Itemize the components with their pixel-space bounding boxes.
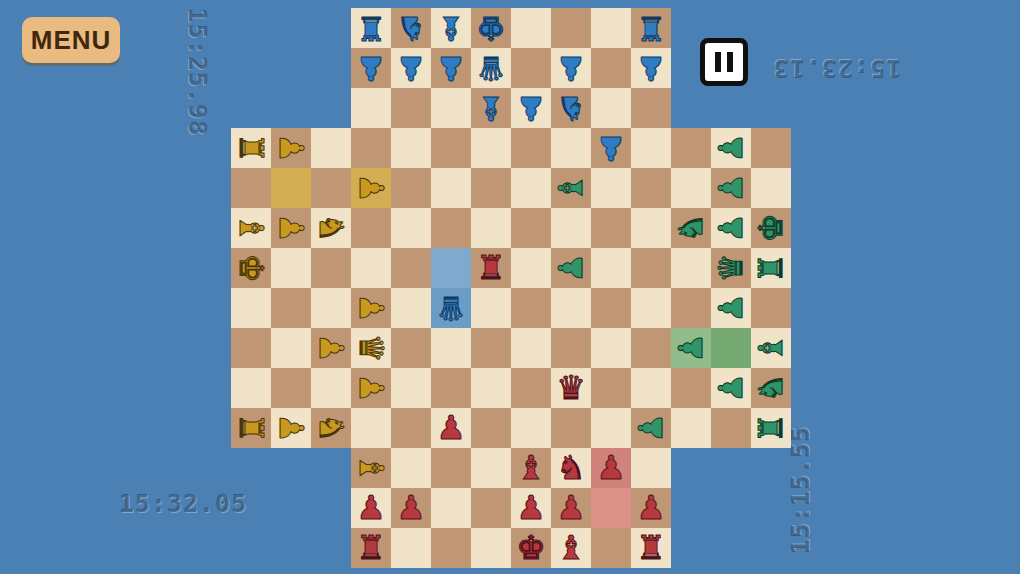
square-r11c13[interactable] — [711, 408, 751, 448]
piece-green-pawn[interactable]: ♟ — [711, 168, 751, 208]
square-r7c3[interactable] — [311, 248, 351, 288]
square-r9c14[interactable]: ♝ — [751, 328, 791, 368]
piece-yellow-pawn[interactable]: ♟ — [351, 168, 391, 208]
square-r6c1[interactable]: ♝ — [231, 208, 271, 248]
square-r7c10[interactable] — [591, 248, 631, 288]
piece-yellow-pawn[interactable]: ♟ — [271, 208, 311, 248]
square-r1c5[interactable]: ♞ — [391, 8, 431, 48]
square-r14c6[interactable] — [431, 528, 471, 568]
piece-green-pawn[interactable]: ♟ — [711, 208, 751, 248]
board-cutout — [311, 88, 351, 128]
square-r3c10[interactable] — [591, 88, 631, 128]
square-r8c8[interactable] — [511, 288, 551, 328]
board-cutout — [231, 8, 271, 48]
square-r6c11[interactable] — [631, 208, 671, 248]
piece-red-pawn[interactable]: ♟ — [511, 488, 551, 528]
square-r12c10[interactable]: ♟ — [591, 448, 631, 488]
piece-yellow-knight[interactable]: ♞ — [311, 408, 351, 448]
square-r8c10[interactable] — [591, 288, 631, 328]
board-cutout — [271, 88, 311, 128]
square-r13c10[interactable] — [591, 488, 631, 528]
square-r10c13[interactable]: ♟ — [711, 368, 751, 408]
square-r11c6[interactable]: ♟ — [431, 408, 471, 448]
square-r6c9[interactable] — [551, 208, 591, 248]
square-r2c5[interactable]: ♟ — [391, 48, 431, 88]
square-r10c6[interactable] — [431, 368, 471, 408]
piece-red-pawn[interactable]: ♟ — [551, 488, 591, 528]
board-cutout — [231, 48, 271, 88]
square-r13c6[interactable] — [431, 488, 471, 528]
square-r11c2[interactable]: ♟ — [271, 408, 311, 448]
board-cutout — [231, 88, 271, 128]
piece-red-rook[interactable]: ♜ — [471, 248, 511, 288]
piece-yellow-queen[interactable]: ♛ — [351, 328, 391, 368]
square-r6c3[interactable]: ♞ — [311, 208, 351, 248]
square-r5c10[interactable] — [591, 168, 631, 208]
square-r5c2[interactable] — [271, 168, 311, 208]
piece-green-rook[interactable]: ♜ — [751, 248, 791, 288]
square-r12c9[interactable]: ♞ — [551, 448, 591, 488]
square-r5c1[interactable] — [231, 168, 271, 208]
square-r8c11[interactable] — [631, 288, 671, 328]
board-cutout — [311, 8, 351, 48]
square-r5c13[interactable]: ♟ — [711, 168, 751, 208]
square-r13c7[interactable] — [471, 488, 511, 528]
board-cutout — [311, 488, 351, 528]
square-r12c11[interactable] — [631, 448, 671, 488]
square-r6c10[interactable] — [591, 208, 631, 248]
board-cutout — [751, 88, 791, 128]
board-cutout — [711, 488, 751, 528]
square-r7c12[interactable] — [671, 248, 711, 288]
board-cutout — [671, 48, 711, 88]
square-r10c11[interactable] — [631, 368, 671, 408]
square-r8c1[interactable] — [231, 288, 271, 328]
square-r10c2[interactable] — [271, 368, 311, 408]
square-r7c6[interactable] — [431, 248, 471, 288]
game-screen: MENU 15:25.98 15:23.13 15:32.05 15:15.55… — [0, 0, 1020, 574]
square-r7c11[interactable] — [631, 248, 671, 288]
piece-green-pawn[interactable]: ♟ — [671, 328, 711, 368]
board-cutout — [271, 488, 311, 528]
piece-yellow-rook[interactable]: ♜ — [231, 408, 271, 448]
square-r4c2[interactable]: ♟ — [271, 128, 311, 168]
square-r8c4[interactable]: ♟ — [351, 288, 391, 328]
square-r9c7[interactable] — [471, 328, 511, 368]
square-r3c5[interactable] — [391, 88, 431, 128]
board-cutout — [671, 488, 711, 528]
square-r3c6[interactable] — [431, 88, 471, 128]
square-r9c8[interactable] — [511, 328, 551, 368]
piece-blue-pawn[interactable]: ♟ — [631, 48, 671, 88]
piece-red-rook[interactable]: ♜ — [351, 528, 391, 568]
piece-blue-knight[interactable]: ♞ — [391, 8, 431, 48]
square-r9c13[interactable] — [711, 328, 751, 368]
square-r3c7[interactable]: ♝ — [471, 88, 511, 128]
square-r7c9[interactable]: ♟ — [551, 248, 591, 288]
board-cutout — [671, 8, 711, 48]
square-r13c8[interactable]: ♟ — [511, 488, 551, 528]
piece-blue-pawn[interactable]: ♟ — [551, 48, 591, 88]
piece-red-king[interactable]: ♚ — [511, 528, 551, 568]
piece-red-pawn[interactable]: ♟ — [391, 488, 431, 528]
board-cutout — [271, 8, 311, 48]
square-r3c9[interactable]: ♞ — [551, 88, 591, 128]
piece-blue-pawn[interactable]: ♟ — [511, 88, 551, 128]
board-cutout — [231, 448, 271, 488]
square-r7c2[interactable] — [271, 248, 311, 288]
square-r6c2[interactable]: ♟ — [271, 208, 311, 248]
square-r10c5[interactable] — [391, 368, 431, 408]
piece-green-queen[interactable]: ♛ — [711, 248, 751, 288]
square-r11c4[interactable] — [351, 408, 391, 448]
square-r10c8[interactable] — [511, 368, 551, 408]
square-r9c2[interactable] — [271, 328, 311, 368]
piece-red-rook[interactable]: ♜ — [631, 528, 671, 568]
square-r4c4[interactable] — [351, 128, 391, 168]
square-r6c7[interactable] — [471, 208, 511, 248]
square-r8c7[interactable] — [471, 288, 511, 328]
piece-green-bishop[interactable]: ♝ — [751, 328, 791, 368]
piece-blue-pawn[interactable]: ♟ — [591, 128, 631, 168]
piece-yellow-king[interactable]: ♚ — [231, 248, 271, 288]
square-r3c11[interactable] — [631, 88, 671, 128]
square-r2c11[interactable]: ♟ — [631, 48, 671, 88]
square-r4c14[interactable] — [751, 128, 791, 168]
square-r8c5[interactable] — [391, 288, 431, 328]
board-cutout — [711, 8, 751, 48]
board-cutout — [751, 8, 791, 48]
square-r1c10[interactable] — [591, 8, 631, 48]
square-r5c12[interactable] — [671, 168, 711, 208]
square-r9c12[interactable]: ♟ — [671, 328, 711, 368]
board-cutout — [311, 48, 351, 88]
piece-green-pawn[interactable]: ♟ — [711, 368, 751, 408]
square-r13c11[interactable]: ♟ — [631, 488, 671, 528]
board: ♜♞♝♚♜♟♟♟♛♟♟♝♟♞♜♟♟♟♟♝♟♝♟♞♞♟♚♚♜♟♛♜♟♛♟♟♛♟♝♟… — [231, 8, 791, 568]
square-r7c1[interactable]: ♚ — [231, 248, 271, 288]
square-r11c7[interactable] — [471, 408, 511, 448]
piece-blue-bishop[interactable]: ♝ — [471, 88, 511, 128]
square-r10c14[interactable]: ♞ — [751, 368, 791, 408]
square-r10c7[interactable] — [471, 368, 511, 408]
square-r14c9[interactable]: ♝ — [551, 528, 591, 568]
square-r14c8[interactable]: ♚ — [511, 528, 551, 568]
square-r1c9[interactable] — [551, 8, 591, 48]
square-r4c8[interactable] — [511, 128, 551, 168]
piece-blue-rook[interactable]: ♜ — [631, 8, 671, 48]
piece-red-queen[interactable]: ♛ — [551, 368, 591, 408]
square-r6c12[interactable]: ♞ — [671, 208, 711, 248]
square-r1c6[interactable]: ♝ — [431, 8, 471, 48]
square-r7c7[interactable]: ♜ — [471, 248, 511, 288]
square-r5c11[interactable] — [631, 168, 671, 208]
square-r12c7[interactable] — [471, 448, 511, 488]
piece-yellow-pawn[interactable]: ♟ — [351, 288, 391, 328]
piece-blue-rook[interactable]: ♜ — [351, 8, 391, 48]
square-r6c14[interactable]: ♚ — [751, 208, 791, 248]
square-r12c5[interactable] — [391, 448, 431, 488]
board-cutout — [711, 528, 751, 568]
menu-button[interactable]: MENU — [22, 17, 120, 63]
square-r4c12[interactable] — [671, 128, 711, 168]
board-cutout — [751, 448, 791, 488]
square-r8c9[interactable] — [551, 288, 591, 328]
piece-blue-pawn[interactable]: ♟ — [431, 48, 471, 88]
square-r6c4[interactable] — [351, 208, 391, 248]
square-r11c11[interactable]: ♟ — [631, 408, 671, 448]
piece-green-bishop[interactable]: ♝ — [551, 168, 591, 208]
square-r11c1[interactable]: ♜ — [231, 408, 271, 448]
piece-blue-bishop[interactable]: ♝ — [431, 8, 471, 48]
square-r4c7[interactable] — [471, 128, 511, 168]
board-cutout — [711, 48, 751, 88]
board-cutout — [751, 528, 791, 568]
square-r6c6[interactable] — [431, 208, 471, 248]
piece-red-pawn[interactable]: ♟ — [631, 488, 671, 528]
square-r11c9[interactable] — [551, 408, 591, 448]
square-r11c14[interactable]: ♜ — [751, 408, 791, 448]
piece-yellow-pawn[interactable]: ♟ — [311, 328, 351, 368]
square-r5c5[interactable] — [391, 168, 431, 208]
square-r1c11[interactable]: ♜ — [631, 8, 671, 48]
board-cutout — [751, 488, 791, 528]
piece-green-pawn[interactable]: ♟ — [711, 128, 751, 168]
square-r9c11[interactable] — [631, 328, 671, 368]
square-r5c14[interactable] — [751, 168, 791, 208]
square-r8c13[interactable]: ♟ — [711, 288, 751, 328]
square-r7c13[interactable]: ♛ — [711, 248, 751, 288]
square-r4c11[interactable] — [631, 128, 671, 168]
board-cutout — [271, 528, 311, 568]
square-r7c8[interactable] — [511, 248, 551, 288]
board-cutout — [711, 448, 751, 488]
square-r10c1[interactable] — [231, 368, 271, 408]
piece-red-pawn[interactable]: ♟ — [431, 408, 471, 448]
square-r6c13[interactable]: ♟ — [711, 208, 751, 248]
square-r2c9[interactable]: ♟ — [551, 48, 591, 88]
piece-red-pawn[interactable]: ♟ — [351, 488, 391, 528]
square-r10c3[interactable] — [311, 368, 351, 408]
square-r1c7[interactable]: ♚ — [471, 8, 511, 48]
piece-yellow-pawn[interactable]: ♟ — [351, 368, 391, 408]
piece-red-bishop[interactable]: ♝ — [551, 528, 591, 568]
square-r7c4[interactable] — [351, 248, 391, 288]
piece-green-pawn[interactable]: ♟ — [631, 408, 671, 448]
square-r2c7[interactable]: ♛ — [471, 48, 511, 88]
square-r11c3[interactable]: ♞ — [311, 408, 351, 448]
square-r5c8[interactable] — [511, 168, 551, 208]
board-cutout — [231, 488, 271, 528]
square-r6c5[interactable] — [391, 208, 431, 248]
square-r5c4[interactable]: ♟ — [351, 168, 391, 208]
board-cutout — [311, 448, 351, 488]
piece-green-king[interactable]: ♚ — [751, 208, 791, 248]
piece-blue-pawn[interactable]: ♟ — [391, 48, 431, 88]
square-r9c1[interactable] — [231, 328, 271, 368]
square-r8c3[interactable] — [311, 288, 351, 328]
square-r14c5[interactable] — [391, 528, 431, 568]
square-r13c5[interactable]: ♟ — [391, 488, 431, 528]
square-r1c8[interactable] — [511, 8, 551, 48]
clock-yellow-player: 15:25.98 — [179, 0, 215, 147]
board-cutout — [711, 88, 751, 128]
piece-yellow-pawn[interactable]: ♟ — [271, 128, 311, 168]
piece-yellow-pawn[interactable]: ♟ — [271, 408, 311, 448]
square-r2c4[interactable]: ♟ — [351, 48, 391, 88]
square-r5c7[interactable] — [471, 168, 511, 208]
piece-green-pawn[interactable]: ♟ — [551, 248, 591, 288]
square-r2c8[interactable] — [511, 48, 551, 88]
board-cutout — [751, 48, 791, 88]
square-r14c4[interactable]: ♜ — [351, 528, 391, 568]
square-r9c5[interactable] — [391, 328, 431, 368]
square-r11c10[interactable] — [591, 408, 631, 448]
square-r7c5[interactable] — [391, 248, 431, 288]
square-r13c4[interactable]: ♟ — [351, 488, 391, 528]
board-cutout — [271, 48, 311, 88]
square-r10c12[interactable] — [671, 368, 711, 408]
board-cutout — [311, 528, 351, 568]
square-r9c6[interactable] — [431, 328, 471, 368]
square-r11c5[interactable] — [391, 408, 431, 448]
piece-red-knight[interactable]: ♞ — [551, 448, 591, 488]
square-r14c10[interactable] — [591, 528, 631, 568]
square-r2c10[interactable] — [591, 48, 631, 88]
board-cutout — [671, 528, 711, 568]
square-r4c6[interactable] — [431, 128, 471, 168]
square-r12c4[interactable]: ♝ — [351, 448, 391, 488]
piece-yellow-bishop[interactable]: ♝ — [351, 448, 391, 488]
square-r6c8[interactable] — [511, 208, 551, 248]
piece-yellow-rook[interactable]: ♜ — [231, 128, 271, 168]
piece-blue-knight[interactable]: ♞ — [551, 88, 591, 128]
piece-red-bishop[interactable]: ♝ — [511, 448, 551, 488]
board-cutout — [231, 528, 271, 568]
piece-green-knight[interactable]: ♞ — [671, 208, 711, 248]
square-r9c4[interactable]: ♛ — [351, 328, 391, 368]
board-cutout — [271, 448, 311, 488]
square-r8c14[interactable] — [751, 288, 791, 328]
square-r4c3[interactable] — [311, 128, 351, 168]
square-r1c4[interactable]: ♜ — [351, 8, 391, 48]
square-r11c12[interactable] — [671, 408, 711, 448]
piece-yellow-knight[interactable]: ♞ — [311, 208, 351, 248]
square-r12c8[interactable]: ♝ — [511, 448, 551, 488]
square-r10c4[interactable]: ♟ — [351, 368, 391, 408]
piece-red-pawn[interactable]: ♟ — [591, 448, 631, 488]
square-r14c11[interactable]: ♜ — [631, 528, 671, 568]
board-cutout — [671, 88, 711, 128]
piece-blue-king[interactable]: ♚ — [471, 8, 511, 48]
piece-yellow-bishop[interactable]: ♝ — [231, 208, 271, 248]
piece-green-pawn[interactable]: ♟ — [711, 288, 751, 328]
square-r7c14[interactable]: ♜ — [751, 248, 791, 288]
square-r14c7[interactable] — [471, 528, 511, 568]
square-r13c9[interactable]: ♟ — [551, 488, 591, 528]
square-r12c6[interactable] — [431, 448, 471, 488]
square-r8c2[interactable] — [271, 288, 311, 328]
board-cutout — [671, 448, 711, 488]
square-r3c8[interactable]: ♟ — [511, 88, 551, 128]
piece-blue-queen[interactable]: ♛ — [471, 48, 511, 88]
piece-blue-pawn[interactable]: ♟ — [351, 48, 391, 88]
piece-green-rook[interactable]: ♜ — [751, 408, 791, 448]
square-r9c10[interactable] — [591, 328, 631, 368]
square-r10c9[interactable]: ♛ — [551, 368, 591, 408]
square-r8c12[interactable] — [671, 288, 711, 328]
square-r11c8[interactable] — [511, 408, 551, 448]
piece-green-knight[interactable]: ♞ — [751, 368, 791, 408]
square-r5c9[interactable]: ♝ — [551, 168, 591, 208]
square-r10c10[interactable] — [591, 368, 631, 408]
square-r2c6[interactable]: ♟ — [431, 48, 471, 88]
square-r4c13[interactable]: ♟ — [711, 128, 751, 168]
square-r5c3[interactable] — [311, 168, 351, 208]
square-r8c6[interactable]: ♛ — [431, 288, 471, 328]
square-r9c3[interactable]: ♟ — [311, 328, 351, 368]
square-r4c1[interactable]: ♜ — [231, 128, 271, 168]
square-r4c5[interactable] — [391, 128, 431, 168]
square-r5c6[interactable] — [431, 168, 471, 208]
piece-blue-queen[interactable]: ♛ — [431, 288, 471, 328]
square-r4c9[interactable] — [551, 128, 591, 168]
square-r3c4[interactable] — [351, 88, 391, 128]
square-r4c10[interactable]: ♟ — [591, 128, 631, 168]
square-r9c9[interactable] — [551, 328, 591, 368]
